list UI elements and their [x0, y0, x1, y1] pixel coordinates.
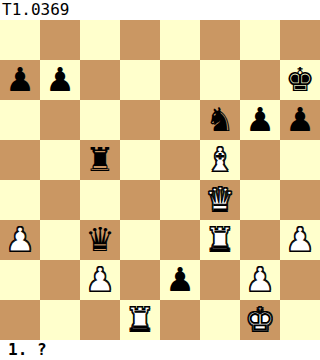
square-a7[interactable]: ♟ — [0, 60, 40, 100]
square-g2[interactable]: ♟ — [240, 260, 280, 300]
square-d1[interactable]: ♜ — [120, 300, 160, 340]
black-pawn: ♟ — [45, 60, 75, 100]
square-c4[interactable] — [80, 180, 120, 220]
square-e3[interactable] — [160, 220, 200, 260]
square-d2[interactable] — [120, 260, 160, 300]
square-c6[interactable] — [80, 100, 120, 140]
white-bishop: ♝ — [205, 140, 235, 180]
square-b2[interactable] — [40, 260, 80, 300]
square-h1[interactable] — [280, 300, 320, 340]
square-g4[interactable] — [240, 180, 280, 220]
square-f8[interactable] — [200, 20, 240, 60]
square-g1[interactable]: ♚ — [240, 300, 280, 340]
white-pawn: ♟ — [245, 260, 275, 300]
white-rook: ♜ — [205, 220, 235, 260]
square-h3[interactable]: ♟ — [280, 220, 320, 260]
square-f4[interactable]: ♛ — [200, 180, 240, 220]
white-rook: ♜ — [125, 300, 155, 340]
black-pawn: ♟ — [285, 100, 315, 140]
square-b5[interactable] — [40, 140, 80, 180]
square-d5[interactable] — [120, 140, 160, 180]
square-b7[interactable]: ♟ — [40, 60, 80, 100]
square-g5[interactable] — [240, 140, 280, 180]
square-d7[interactable] — [120, 60, 160, 100]
square-e5[interactable] — [160, 140, 200, 180]
square-a8[interactable] — [0, 20, 40, 60]
square-h8[interactable] — [280, 20, 320, 60]
square-h4[interactable] — [280, 180, 320, 220]
square-e2[interactable]: ♟ — [160, 260, 200, 300]
square-d3[interactable] — [120, 220, 160, 260]
square-e8[interactable] — [160, 20, 200, 60]
black-pawn: ♟ — [245, 100, 275, 140]
square-a4[interactable] — [0, 180, 40, 220]
square-d4[interactable] — [120, 180, 160, 220]
move-prompt: 1. ? — [0, 340, 320, 360]
square-f3[interactable]: ♜ — [200, 220, 240, 260]
square-c3[interactable]: ♛ — [80, 220, 120, 260]
square-h7[interactable]: ♚ — [280, 60, 320, 100]
square-g7[interactable] — [240, 60, 280, 100]
square-f6[interactable]: ♞ — [200, 100, 240, 140]
square-g8[interactable] — [240, 20, 280, 60]
square-f1[interactable] — [200, 300, 240, 340]
white-king: ♚ — [245, 300, 275, 340]
square-a6[interactable] — [0, 100, 40, 140]
square-b1[interactable] — [40, 300, 80, 340]
square-f5[interactable]: ♝ — [200, 140, 240, 180]
white-pawn: ♟ — [285, 220, 315, 260]
black-queen: ♛ — [85, 220, 115, 260]
square-a5[interactable] — [0, 140, 40, 180]
square-e1[interactable] — [160, 300, 200, 340]
square-b3[interactable] — [40, 220, 80, 260]
white-pawn: ♟ — [85, 260, 115, 300]
square-h6[interactable]: ♟ — [280, 100, 320, 140]
square-g3[interactable] — [240, 220, 280, 260]
square-c8[interactable] — [80, 20, 120, 60]
black-pawn: ♟ — [5, 60, 35, 100]
black-pawn: ♟ — [165, 260, 195, 300]
white-pawn: ♟ — [5, 220, 35, 260]
square-f7[interactable] — [200, 60, 240, 100]
square-d8[interactable] — [120, 20, 160, 60]
square-b6[interactable] — [40, 100, 80, 140]
chess-board: ♟♟♚♞♟♟♜♝♛♟♛♜♟♟♟♟♜♚ — [0, 20, 320, 340]
black-rook: ♜ — [85, 140, 115, 180]
square-c7[interactable] — [80, 60, 120, 100]
square-e6[interactable] — [160, 100, 200, 140]
square-d6[interactable] — [120, 100, 160, 140]
square-f2[interactable] — [200, 260, 240, 300]
square-e4[interactable] — [160, 180, 200, 220]
square-h2[interactable] — [280, 260, 320, 300]
square-a3[interactable]: ♟ — [0, 220, 40, 260]
chess-puzzle-window: T1.0369 ♟♟♚♞♟♟♜♝♛♟♛♜♟♟♟♟♜♚ 1. ? — [0, 0, 320, 360]
square-b4[interactable] — [40, 180, 80, 220]
square-b8[interactable] — [40, 20, 80, 60]
puzzle-title: T1.0369 — [0, 0, 320, 20]
square-h5[interactable] — [280, 140, 320, 180]
white-queen: ♛ — [205, 180, 235, 220]
square-c1[interactable] — [80, 300, 120, 340]
square-a2[interactable] — [0, 260, 40, 300]
black-knight: ♞ — [205, 100, 235, 140]
square-g6[interactable]: ♟ — [240, 100, 280, 140]
square-c2[interactable]: ♟ — [80, 260, 120, 300]
square-e7[interactable] — [160, 60, 200, 100]
square-a1[interactable] — [0, 300, 40, 340]
black-king: ♚ — [285, 60, 315, 100]
square-c5[interactable]: ♜ — [80, 140, 120, 180]
